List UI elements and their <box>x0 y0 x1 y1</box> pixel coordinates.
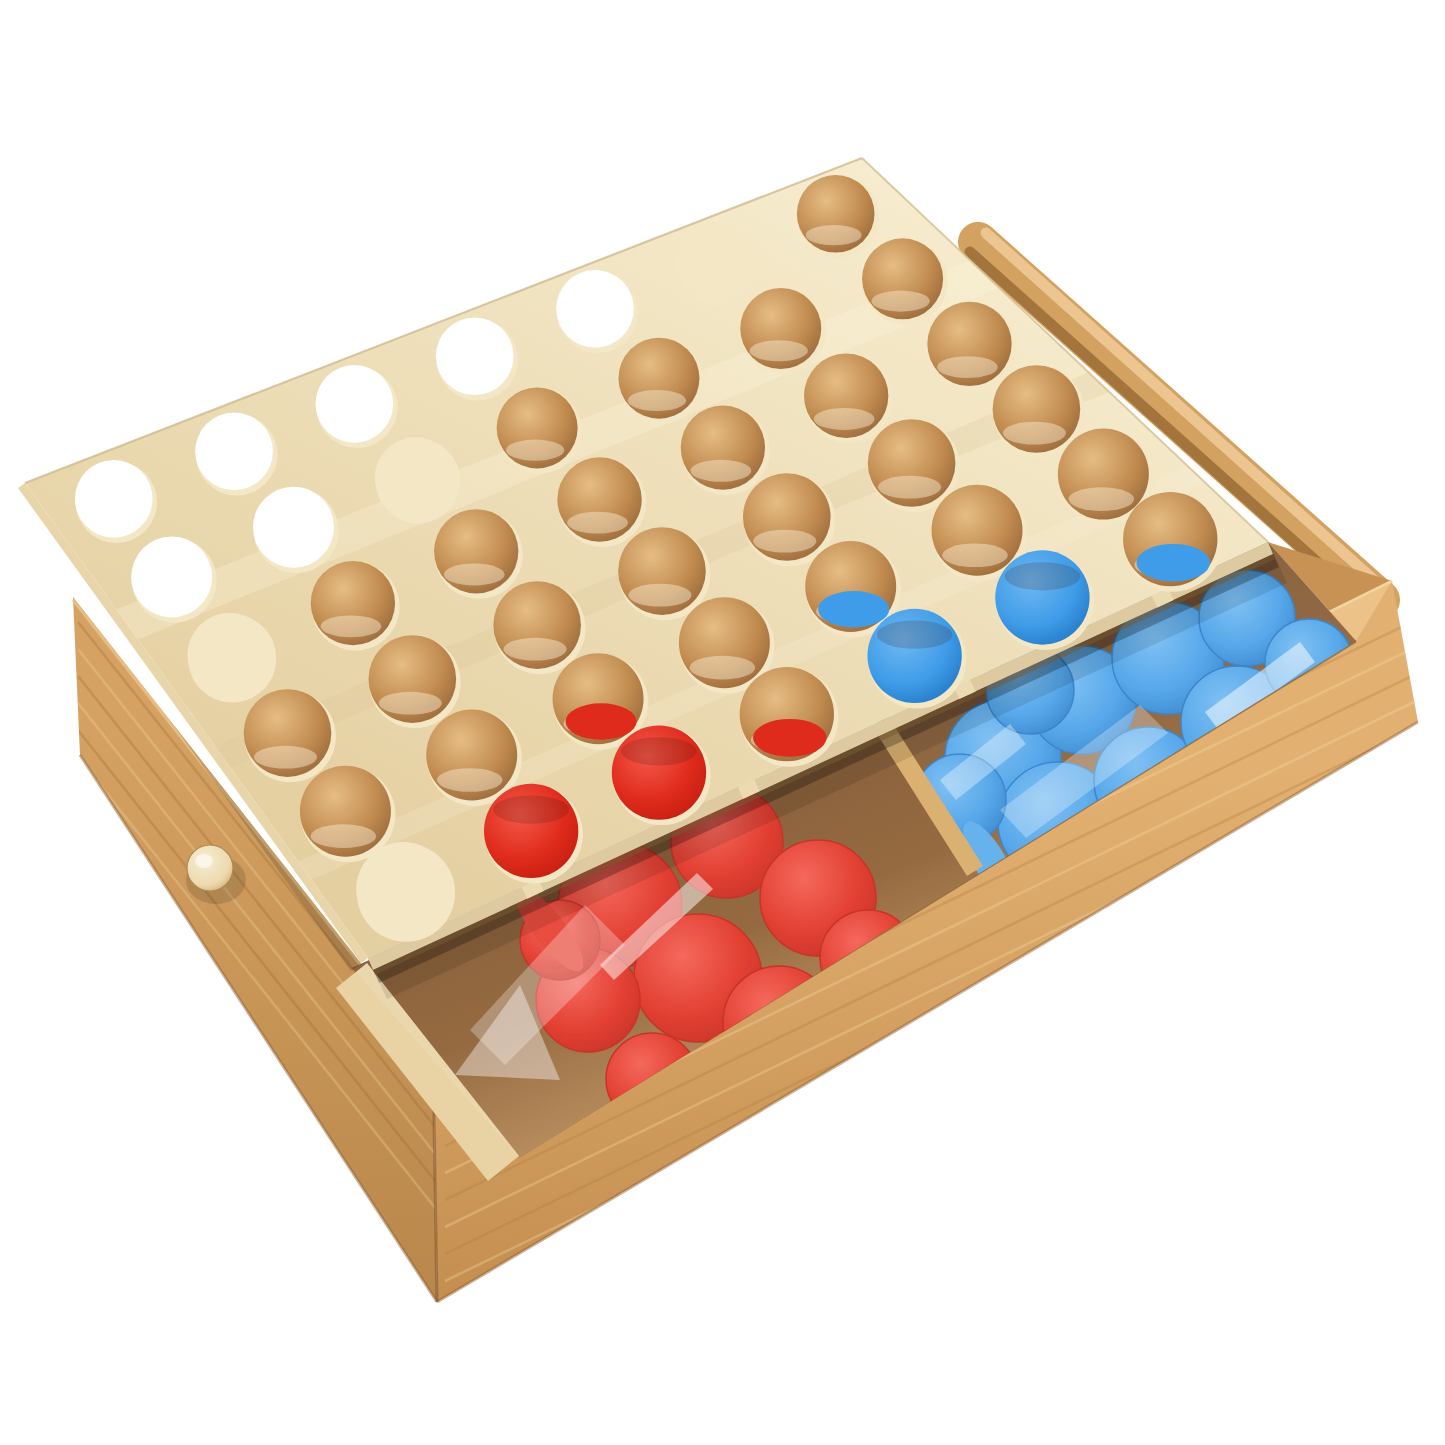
scene <box>0 0 1445 1445</box>
product-photo <box>0 0 1445 1445</box>
